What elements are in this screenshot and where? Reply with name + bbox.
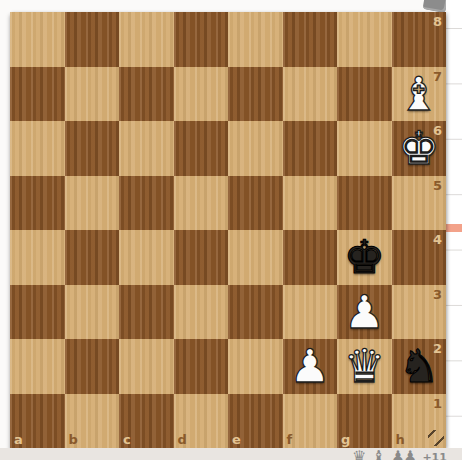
square-d6[interactable] bbox=[174, 121, 229, 176]
rank-label-1: 1 bbox=[433, 397, 442, 410]
square-g2[interactable]: ♛ bbox=[337, 339, 392, 394]
square-d1[interactable]: d bbox=[174, 394, 229, 449]
square-c5[interactable] bbox=[119, 176, 174, 231]
square-g5[interactable] bbox=[337, 176, 392, 231]
file-label-c: c bbox=[123, 433, 131, 446]
square-f8[interactable] bbox=[283, 12, 338, 67]
square-f3[interactable] bbox=[283, 285, 338, 340]
square-d7[interactable] bbox=[174, 67, 229, 122]
square-e6[interactable] bbox=[228, 121, 283, 176]
captured-queen-icon: ♛ bbox=[352, 449, 364, 460]
board-resize-handle[interactable] bbox=[428, 430, 444, 446]
rank-label-8: 8 bbox=[433, 15, 442, 28]
square-h6[interactable]: 6♚ bbox=[392, 121, 447, 176]
square-e5[interactable] bbox=[228, 176, 283, 231]
captured-pieces-tray: ♛ ♝ ♟♟ +11 bbox=[0, 448, 462, 460]
square-b2[interactable] bbox=[65, 339, 120, 394]
square-g8[interactable] bbox=[337, 12, 392, 67]
black-king[interactable]: ♚ bbox=[337, 230, 392, 285]
file-label-f: f bbox=[287, 433, 293, 446]
square-f4[interactable] bbox=[283, 230, 338, 285]
square-c3[interactable] bbox=[119, 285, 174, 340]
captured-bishop-icon: ♝ bbox=[371, 449, 383, 460]
white-queen[interactable]: ♛ bbox=[337, 339, 392, 394]
square-h3[interactable]: 3 bbox=[392, 285, 447, 340]
white-pawn[interactable]: ♟ bbox=[283, 339, 338, 394]
square-c4[interactable] bbox=[119, 230, 174, 285]
white-pawn[interactable]: ♟ bbox=[337, 285, 392, 340]
rank-label-4: 4 bbox=[433, 233, 442, 246]
square-a3[interactable] bbox=[10, 285, 65, 340]
chess-board: 87♝6♚5♚4♟3♟♛2♞abcdefg1h bbox=[10, 12, 446, 448]
file-label-d: d bbox=[178, 433, 187, 446]
square-d4[interactable] bbox=[174, 230, 229, 285]
square-h2[interactable]: 2♞ bbox=[392, 339, 447, 394]
square-b6[interactable] bbox=[65, 121, 120, 176]
square-b8[interactable] bbox=[65, 12, 120, 67]
square-e1[interactable]: e bbox=[228, 394, 283, 449]
square-d8[interactable] bbox=[174, 12, 229, 67]
square-d5[interactable] bbox=[174, 176, 229, 231]
square-f7[interactable] bbox=[283, 67, 338, 122]
rank-label-3: 3 bbox=[433, 288, 442, 301]
white-king[interactable]: ♚ bbox=[392, 121, 447, 176]
square-f1[interactable]: f bbox=[283, 394, 338, 449]
square-b7[interactable] bbox=[65, 67, 120, 122]
square-a6[interactable] bbox=[10, 121, 65, 176]
square-b5[interactable] bbox=[65, 176, 120, 231]
square-d2[interactable] bbox=[174, 339, 229, 394]
square-b3[interactable] bbox=[65, 285, 120, 340]
square-a1[interactable]: a bbox=[10, 394, 65, 449]
square-g4[interactable]: ♚ bbox=[337, 230, 392, 285]
square-e8[interactable] bbox=[228, 12, 283, 67]
square-e7[interactable] bbox=[228, 67, 283, 122]
white-bishop[interactable]: ♝ bbox=[392, 67, 447, 122]
square-e3[interactable] bbox=[228, 285, 283, 340]
file-label-e: e bbox=[232, 433, 241, 446]
square-g1[interactable]: g bbox=[337, 394, 392, 449]
square-h4[interactable]: 4 bbox=[392, 230, 447, 285]
file-label-a: a bbox=[14, 433, 23, 446]
cropped-ui-icon[interactable] bbox=[423, 0, 449, 13]
square-e4[interactable] bbox=[228, 230, 283, 285]
square-a2[interactable] bbox=[10, 339, 65, 394]
square-g3[interactable]: ♟ bbox=[337, 285, 392, 340]
square-f5[interactable] bbox=[283, 176, 338, 231]
square-g7[interactable] bbox=[337, 67, 392, 122]
chess-app: 87♝6♚5♚4♟3♟♛2♞abcdefg1h ♛ ♝ ♟♟ +11 bbox=[0, 0, 462, 460]
square-h5[interactable]: 5 bbox=[392, 176, 447, 231]
file-label-g: g bbox=[341, 433, 350, 446]
square-g6[interactable] bbox=[337, 121, 392, 176]
square-f2[interactable]: ♟ bbox=[283, 339, 338, 394]
square-b4[interactable] bbox=[65, 230, 120, 285]
material-score: +11 bbox=[422, 449, 447, 460]
square-a8[interactable] bbox=[10, 12, 65, 67]
square-c1[interactable]: c bbox=[119, 394, 174, 449]
square-c6[interactable] bbox=[119, 121, 174, 176]
square-c8[interactable] bbox=[119, 12, 174, 67]
file-label-h: h bbox=[396, 433, 405, 446]
rank-label-5: 5 bbox=[433, 179, 442, 192]
square-a4[interactable] bbox=[10, 230, 65, 285]
square-c7[interactable] bbox=[119, 67, 174, 122]
square-h8[interactable]: 8 bbox=[392, 12, 447, 67]
black-knight[interactable]: ♞ bbox=[392, 339, 447, 394]
square-a7[interactable] bbox=[10, 67, 65, 122]
square-e2[interactable] bbox=[228, 339, 283, 394]
side-panel-accent bbox=[445, 224, 462, 232]
square-f6[interactable] bbox=[283, 121, 338, 176]
square-a5[interactable] bbox=[10, 176, 65, 231]
file-label-b: b bbox=[69, 433, 78, 446]
square-h7[interactable]: 7♝ bbox=[392, 67, 447, 122]
square-d3[interactable] bbox=[174, 285, 229, 340]
captured-pawns-icon: ♟♟ bbox=[391, 449, 416, 460]
square-c2[interactable] bbox=[119, 339, 174, 394]
square-b1[interactable]: b bbox=[65, 394, 120, 449]
